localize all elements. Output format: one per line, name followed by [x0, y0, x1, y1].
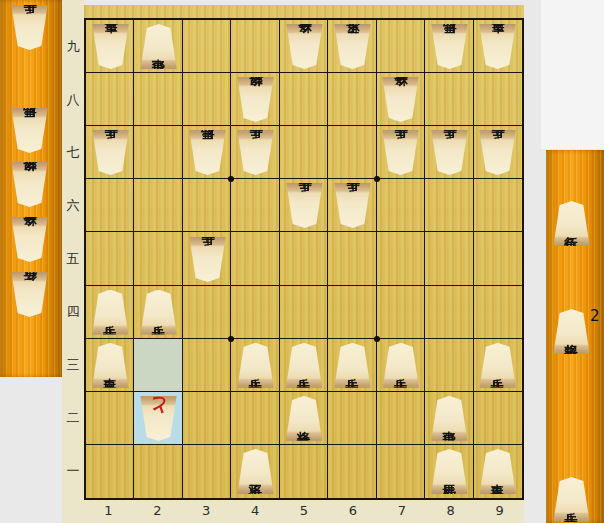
file-label-6: 6 — [328, 500, 377, 523]
board-square-6一[interactable] — [328, 445, 376, 498]
board-square-4四[interactable] — [231, 286, 279, 339]
rank-label-二: 二 — [62, 409, 84, 427]
board-square-4五[interactable] — [231, 232, 279, 285]
board-square-2一[interactable] — [134, 445, 182, 498]
board-square-1六[interactable] — [86, 179, 134, 232]
board-square-5一[interactable] — [280, 445, 328, 498]
board-square-8六[interactable] — [425, 179, 473, 232]
board-square-5五[interactable] — [280, 232, 328, 285]
board-square-7二[interactable] — [377, 392, 425, 445]
board-square-6二[interactable] — [328, 392, 376, 445]
board-square-8五[interactable] — [425, 232, 473, 285]
board-square-3一[interactable] — [183, 445, 231, 498]
rank-coordinate-strip: 九八七六五四三二一 — [62, 0, 84, 523]
board-square-3六[interactable] — [183, 179, 231, 232]
board-square-6四[interactable] — [328, 286, 376, 339]
board-square-5四[interactable] — [280, 286, 328, 339]
board-square-1五[interactable] — [86, 232, 134, 285]
board-square-7六[interactable] — [377, 179, 425, 232]
board-square-2七[interactable] — [134, 126, 182, 179]
board-square-9二[interactable] — [474, 392, 522, 445]
board-square-6五[interactable] — [328, 232, 376, 285]
board-square-2八[interactable] — [134, 73, 182, 126]
board-square-3二[interactable] — [183, 392, 231, 445]
board-square-9五[interactable] — [474, 232, 522, 285]
star-point — [374, 336, 380, 342]
file-label-5: 5 — [280, 500, 329, 523]
board-square-4二[interactable] — [231, 392, 279, 445]
rank-label-四: 四 — [62, 303, 84, 321]
board-square-4九[interactable] — [231, 20, 279, 73]
file-label-8: 8 — [426, 500, 475, 523]
board-square-6七[interactable] — [328, 126, 376, 179]
file-label-3: 3 — [182, 500, 231, 523]
board-square-3三[interactable] — [183, 339, 231, 392]
file-label-4: 4 — [231, 500, 280, 523]
board-square-9八[interactable] — [474, 73, 522, 126]
rank-label-八: 八 — [62, 91, 84, 109]
file-label-9: 9 — [475, 500, 524, 523]
file-label-1: 1 — [84, 500, 133, 523]
board-square-8八[interactable] — [425, 73, 473, 126]
rank-label-五: 五 — [62, 250, 84, 268]
board-square-2六[interactable] — [134, 179, 182, 232]
shogi-app: 九八七六五四三二一 123456789 香車飛車金将玉将桂馬香車銀将金将歩兵桂馬… — [0, 0, 604, 523]
rank-label-一: 一 — [62, 462, 84, 480]
file-label-2: 2 — [133, 500, 182, 523]
board-square-1八[interactable] — [86, 73, 134, 126]
board-square-1一[interactable] — [86, 445, 134, 498]
board-square-7四[interactable] — [377, 286, 425, 339]
piece-count-badge: 2 — [590, 307, 600, 325]
rank-label-七: 七 — [62, 144, 84, 162]
board-square-6八[interactable] — [328, 73, 376, 126]
rank-label-九: 九 — [62, 38, 84, 56]
board-square-7五[interactable] — [377, 232, 425, 285]
rank-label-六: 六 — [62, 197, 84, 215]
board-square-1二[interactable] — [86, 392, 134, 445]
rank-label-三: 三 — [62, 356, 84, 374]
board-square-3八[interactable] — [183, 73, 231, 126]
piece-kanji: と — [149, 405, 169, 427]
board-square-9六[interactable] — [474, 179, 522, 232]
board-square-2三[interactable] — [134, 339, 182, 392]
star-point — [374, 176, 380, 182]
board-square-5七[interactable] — [280, 126, 328, 179]
board-square-2五[interactable] — [134, 232, 182, 285]
board-square-5八[interactable] — [280, 73, 328, 126]
file-coordinate-strip: 123456789 — [84, 500, 524, 523]
board-square-9四[interactable] — [474, 286, 522, 339]
board-square-8四[interactable] — [425, 286, 473, 339]
board-square-3九[interactable] — [183, 20, 231, 73]
file-label-7: 7 — [377, 500, 426, 523]
board-square-3四[interactable] — [183, 286, 231, 339]
board-square-8三[interactable] — [425, 339, 473, 392]
board-square-7一[interactable] — [377, 445, 425, 498]
background-panel — [541, 0, 604, 149]
star-point — [228, 336, 234, 342]
board-square-4六[interactable] — [231, 179, 279, 232]
board-square-7九[interactable] — [377, 20, 425, 73]
